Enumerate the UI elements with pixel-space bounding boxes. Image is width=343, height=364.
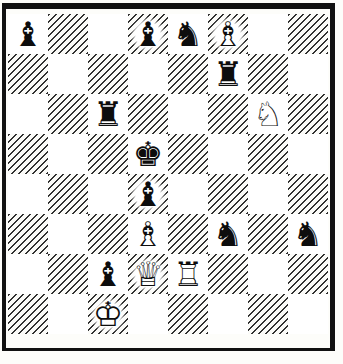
- square-d6: [128, 94, 168, 134]
- chess-board: ♝♝♞♗♜♜♘♚♝♗♞♞♝♕♖♔: [8, 14, 328, 334]
- square-b7: [48, 54, 88, 94]
- square-b5: [48, 134, 88, 174]
- square-c3: [88, 214, 128, 254]
- square-a6: [8, 94, 48, 134]
- square-a2: [8, 254, 48, 294]
- white-rook: ♖: [168, 254, 208, 294]
- black-bishop: ♝: [88, 254, 128, 294]
- square-h4: [288, 174, 328, 214]
- white-king: ♔: [88, 294, 128, 334]
- square-b4: [48, 174, 88, 214]
- square-f4: [208, 174, 248, 214]
- square-a7: [8, 54, 48, 94]
- square-g7: [248, 54, 288, 94]
- square-e7: [168, 54, 208, 94]
- square-g8: [248, 14, 288, 54]
- black-knight: ♞: [168, 14, 208, 54]
- black-knight: ♞: [208, 214, 248, 254]
- square-h2: [288, 254, 328, 294]
- black-bishop: ♝: [8, 14, 48, 54]
- black-rook: ♜: [208, 54, 248, 94]
- square-d5: ♚: [128, 134, 168, 174]
- square-a5: [8, 134, 48, 174]
- black-rook: ♜: [88, 94, 128, 134]
- square-f8: ♗: [208, 14, 248, 54]
- white-bishop: ♗: [208, 14, 248, 54]
- square-h5: [288, 134, 328, 174]
- square-e6: [168, 94, 208, 134]
- square-c6: ♜: [88, 94, 128, 134]
- square-h3: ♞: [288, 214, 328, 254]
- square-f2: [208, 254, 248, 294]
- diagram-frame: ♝♝♞♗♜♜♘♚♝♗♞♞♝♕♖♔: [2, 3, 335, 351]
- square-c2: ♝: [88, 254, 128, 294]
- square-h8: [288, 14, 328, 54]
- square-f1: [208, 294, 248, 334]
- square-c1: ♔: [88, 294, 128, 334]
- square-g4: [248, 174, 288, 214]
- square-g2: [248, 254, 288, 294]
- square-d2: ♕: [128, 254, 168, 294]
- square-a8: ♝: [8, 14, 48, 54]
- square-b3: [48, 214, 88, 254]
- square-a4: [8, 174, 48, 214]
- square-b2: [48, 254, 88, 294]
- square-e8: ♞: [168, 14, 208, 54]
- square-b1: [48, 294, 88, 334]
- black-knight: ♞: [288, 214, 328, 254]
- white-queen: ♕: [128, 254, 168, 294]
- square-d1: [128, 294, 168, 334]
- black-bishop: ♝: [128, 14, 168, 54]
- square-b6: [48, 94, 88, 134]
- square-c4: [88, 174, 128, 214]
- square-a3: [8, 214, 48, 254]
- square-e4: [168, 174, 208, 214]
- black-king: ♚: [128, 134, 168, 174]
- square-h6: [288, 94, 328, 134]
- square-d7: [128, 54, 168, 94]
- square-d4: ♝: [128, 174, 168, 214]
- white-bishop: ♗: [128, 214, 168, 254]
- square-g1: [248, 294, 288, 334]
- square-f7: ♜: [208, 54, 248, 94]
- square-b8: [48, 14, 88, 54]
- square-e5: [168, 134, 208, 174]
- square-c5: [88, 134, 128, 174]
- square-c7: [88, 54, 128, 94]
- square-g5: [248, 134, 288, 174]
- square-c8: [88, 14, 128, 54]
- white-knight: ♘: [248, 94, 288, 134]
- square-g3: [248, 214, 288, 254]
- square-f6: [208, 94, 248, 134]
- square-e3: [168, 214, 208, 254]
- square-e1: [168, 294, 208, 334]
- square-h1: [288, 294, 328, 334]
- square-f3: ♞: [208, 214, 248, 254]
- square-g6: ♘: [248, 94, 288, 134]
- square-f5: [208, 134, 248, 174]
- black-bishop: ♝: [128, 174, 168, 214]
- square-h7: [288, 54, 328, 94]
- square-a1: [8, 294, 48, 334]
- square-e2: ♖: [168, 254, 208, 294]
- square-d3: ♗: [128, 214, 168, 254]
- square-d8: ♝: [128, 14, 168, 54]
